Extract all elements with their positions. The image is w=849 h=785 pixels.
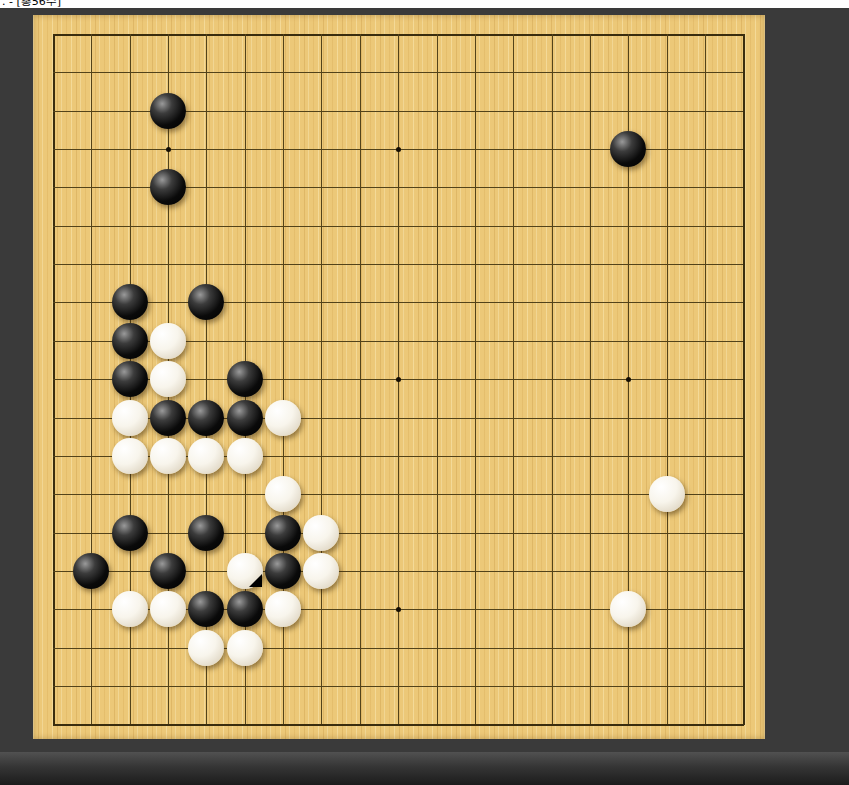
white-stone bbox=[303, 515, 339, 551]
grid-line-horizontal bbox=[53, 533, 744, 534]
grid-line-vertical bbox=[743, 34, 745, 725]
black-stone bbox=[150, 93, 186, 129]
black-stone bbox=[150, 553, 186, 589]
black-stone bbox=[188, 284, 224, 320]
grid-line-horizontal bbox=[53, 494, 744, 495]
black-stone bbox=[265, 553, 301, 589]
black-stone bbox=[188, 515, 224, 551]
app-window: . - [총56수] |◀◀◀◀▶▶▶▶|GO 자동인쇄저장 bbox=[0, 0, 849, 785]
black-stone bbox=[227, 361, 263, 397]
white-stone bbox=[227, 553, 263, 589]
window-title-text: . - [총56수] bbox=[0, 0, 849, 8]
grid-line-vertical bbox=[552, 34, 553, 725]
white-stone bbox=[150, 438, 186, 474]
grid-line-vertical bbox=[513, 34, 514, 725]
go-board bbox=[33, 15, 765, 739]
window-title-bar: . - [총56수] bbox=[0, 0, 849, 8]
black-stone bbox=[112, 515, 148, 551]
white-stone bbox=[265, 400, 301, 436]
white-stone bbox=[112, 591, 148, 627]
white-stone bbox=[150, 323, 186, 359]
grid-line-vertical bbox=[705, 34, 706, 725]
white-stone bbox=[303, 553, 339, 589]
star-point bbox=[396, 377, 401, 382]
white-stone bbox=[265, 476, 301, 512]
star-point bbox=[166, 147, 171, 152]
grid-line-horizontal bbox=[53, 724, 744, 726]
black-stone bbox=[265, 515, 301, 551]
grid-line-vertical bbox=[590, 34, 591, 725]
white-stone bbox=[112, 438, 148, 474]
black-stone bbox=[150, 169, 186, 205]
white-stone bbox=[649, 476, 685, 512]
black-stone bbox=[112, 361, 148, 397]
white-stone bbox=[150, 591, 186, 627]
white-stone bbox=[188, 630, 224, 666]
white-stone bbox=[188, 438, 224, 474]
black-stone bbox=[112, 323, 148, 359]
white-stone bbox=[610, 591, 646, 627]
grid-line-horizontal bbox=[53, 686, 744, 687]
white-stone bbox=[227, 438, 263, 474]
white-stone bbox=[227, 630, 263, 666]
star-point bbox=[396, 147, 401, 152]
white-stone bbox=[265, 591, 301, 627]
white-stone bbox=[150, 361, 186, 397]
black-stone bbox=[227, 400, 263, 436]
black-stone bbox=[73, 553, 109, 589]
grid-line-vertical bbox=[475, 34, 476, 725]
star-point bbox=[626, 377, 631, 382]
black-stone bbox=[188, 591, 224, 627]
grid-line-vertical bbox=[667, 34, 668, 725]
last-move-marker-icon bbox=[249, 574, 262, 587]
grid-lines bbox=[53, 34, 745, 726]
black-stone bbox=[188, 400, 224, 436]
grid-line-horizontal bbox=[53, 648, 744, 649]
white-stone bbox=[112, 400, 148, 436]
black-stone bbox=[610, 131, 646, 167]
black-stone bbox=[112, 284, 148, 320]
black-stone bbox=[150, 400, 186, 436]
black-stone bbox=[227, 591, 263, 627]
grid-line-vertical bbox=[437, 34, 438, 725]
bottom-toolbar: |◀◀◀◀▶▶▶▶|GO 자동인쇄저장 bbox=[0, 752, 849, 785]
star-point bbox=[396, 607, 401, 612]
